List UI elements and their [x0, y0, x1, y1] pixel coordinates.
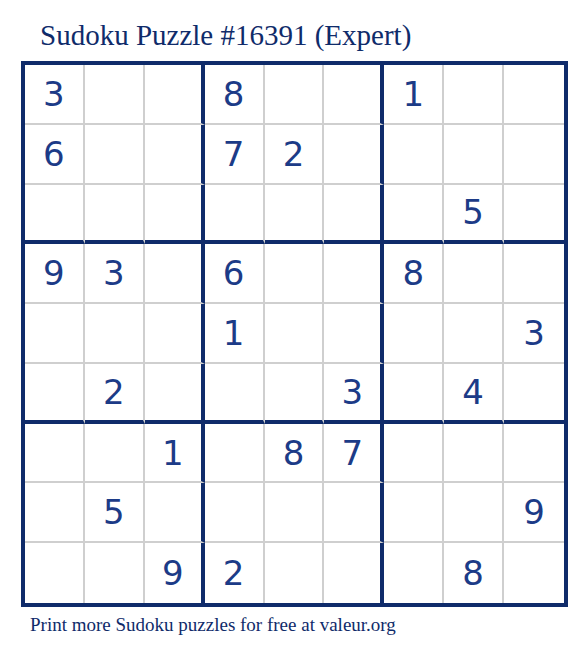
cell-r9c3[interactable]: 9: [145, 543, 205, 603]
given-digit: 3: [523, 316, 545, 350]
cell-r2c1[interactable]: 6: [25, 125, 85, 185]
cell-r7c8[interactable]: [444, 424, 504, 484]
given-digit: 1: [223, 316, 245, 350]
cell-r4c3[interactable]: [145, 244, 205, 304]
cell-r9c4[interactable]: 2: [205, 543, 265, 603]
cell-r7c9[interactable]: [504, 424, 564, 484]
cell-r2c6[interactable]: [324, 125, 384, 185]
cell-r8c4[interactable]: [205, 483, 265, 543]
cell-r8c5[interactable]: [265, 483, 325, 543]
cell-r9c8[interactable]: 8: [444, 543, 504, 603]
given-digit: 3: [342, 375, 364, 409]
cell-r6c1[interactable]: [25, 364, 85, 424]
cell-r5c4[interactable]: 1: [205, 304, 265, 364]
cell-r8c2[interactable]: 5: [85, 483, 145, 543]
cell-r4c6[interactable]: [324, 244, 384, 304]
cell-r5c7[interactable]: [384, 304, 444, 364]
page-title: Sudoku Puzzle #16391 (Expert): [40, 20, 411, 52]
cell-r2c5[interactable]: 2: [265, 125, 325, 185]
given-digit: 1: [162, 436, 184, 470]
cell-r4c4[interactable]: 6: [205, 244, 265, 304]
cell-r5c9[interactable]: 3: [504, 304, 564, 364]
cell-r2c8[interactable]: [444, 125, 504, 185]
cell-r3c5[interactable]: [265, 185, 325, 245]
cell-r7c1[interactable]: [25, 424, 85, 484]
cell-r2c7[interactable]: [384, 125, 444, 185]
cell-r6c2[interactable]: 2: [85, 364, 145, 424]
cell-r9c2[interactable]: [85, 543, 145, 603]
cell-r1c5[interactable]: [265, 65, 325, 125]
cell-r6c9[interactable]: [504, 364, 564, 424]
cell-r1c4[interactable]: 8: [205, 65, 265, 125]
cell-r8c7[interactable]: [384, 483, 444, 543]
footer-credit: Print more Sudoku puzzles for free at va…: [30, 614, 396, 636]
given-digit: 1: [402, 77, 424, 111]
cell-r9c7[interactable]: [384, 543, 444, 603]
cell-r4c2[interactable]: 3: [85, 244, 145, 304]
cell-r1c2[interactable]: [85, 65, 145, 125]
cell-r4c9[interactable]: [504, 244, 564, 304]
cell-r1c1[interactable]: 3: [25, 65, 85, 125]
cell-r2c9[interactable]: [504, 125, 564, 185]
given-digit: 9: [523, 495, 545, 529]
given-digit: 3: [43, 77, 65, 111]
given-digit: 2: [223, 556, 245, 590]
cell-r1c6[interactable]: [324, 65, 384, 125]
cell-r3c8[interactable]: 5: [444, 185, 504, 245]
given-digit: 5: [462, 195, 484, 229]
cell-r8c1[interactable]: [25, 483, 85, 543]
cell-r8c3[interactable]: [145, 483, 205, 543]
cell-r9c6[interactable]: [324, 543, 384, 603]
cell-r1c3[interactable]: [145, 65, 205, 125]
given-digit: 3: [103, 256, 125, 290]
cell-r4c1[interactable]: 9: [25, 244, 85, 304]
given-digit: 8: [283, 436, 305, 470]
cell-r2c4[interactable]: 7: [205, 125, 265, 185]
given-digit: 2: [103, 375, 125, 409]
cell-r7c5[interactable]: 8: [265, 424, 325, 484]
cell-r5c3[interactable]: [145, 304, 205, 364]
cell-r3c4[interactable]: [205, 185, 265, 245]
given-digit: 9: [43, 256, 65, 290]
cell-r6c3[interactable]: [145, 364, 205, 424]
given-digit: 6: [43, 137, 65, 171]
cell-r3c7[interactable]: [384, 185, 444, 245]
cell-r5c8[interactable]: [444, 304, 504, 364]
cell-r9c5[interactable]: [265, 543, 325, 603]
cell-r4c7[interactable]: 8: [384, 244, 444, 304]
sudoku-board: 381672593681323418759928: [21, 61, 568, 607]
cell-r7c2[interactable]: [85, 424, 145, 484]
given-digit: 9: [162, 556, 184, 590]
cell-r8c9[interactable]: 9: [504, 483, 564, 543]
cell-r2c3[interactable]: [145, 125, 205, 185]
cell-r8c6[interactable]: [324, 483, 384, 543]
cell-r9c1[interactable]: [25, 543, 85, 603]
cell-r5c6[interactable]: [324, 304, 384, 364]
given-digit: 4: [462, 375, 484, 409]
cell-r3c6[interactable]: [324, 185, 384, 245]
cell-r6c5[interactable]: [265, 364, 325, 424]
cell-r5c2[interactable]: [85, 304, 145, 364]
given-digit: 8: [402, 256, 424, 290]
given-digit: 7: [342, 436, 364, 470]
cell-r4c8[interactable]: [444, 244, 504, 304]
cell-r8c8[interactable]: [444, 483, 504, 543]
given-digit: 7: [223, 137, 245, 171]
cell-r3c9[interactable]: [504, 185, 564, 245]
cell-r5c5[interactable]: [265, 304, 325, 364]
cell-r1c9[interactable]: [504, 65, 564, 125]
cell-r3c3[interactable]: [145, 185, 205, 245]
cell-r7c4[interactable]: [205, 424, 265, 484]
cell-r3c2[interactable]: [85, 185, 145, 245]
cell-r3c1[interactable]: [25, 185, 85, 245]
cell-r7c6[interactable]: 7: [324, 424, 384, 484]
given-digit: 2: [283, 137, 305, 171]
given-digit: 8: [223, 77, 245, 111]
given-digit: 5: [103, 495, 125, 529]
cell-r5c1[interactable]: [25, 304, 85, 364]
cell-r2c2[interactable]: [85, 125, 145, 185]
cell-r1c8[interactable]: [444, 65, 504, 125]
cell-r1c7[interactable]: 1: [384, 65, 444, 125]
cell-r9c9[interactable]: [504, 543, 564, 603]
cell-r6c4[interactable]: [205, 364, 265, 424]
cell-r6c8[interactable]: 4: [444, 364, 504, 424]
given-digit: 8: [462, 556, 484, 590]
cell-r4c5[interactable]: [265, 244, 325, 304]
cell-r7c3[interactable]: 1: [145, 424, 205, 484]
cell-r6c7[interactable]: [384, 364, 444, 424]
given-digit: 6: [223, 256, 245, 290]
cell-r6c6[interactable]: 3: [324, 364, 384, 424]
cell-r7c7[interactable]: [384, 424, 444, 484]
